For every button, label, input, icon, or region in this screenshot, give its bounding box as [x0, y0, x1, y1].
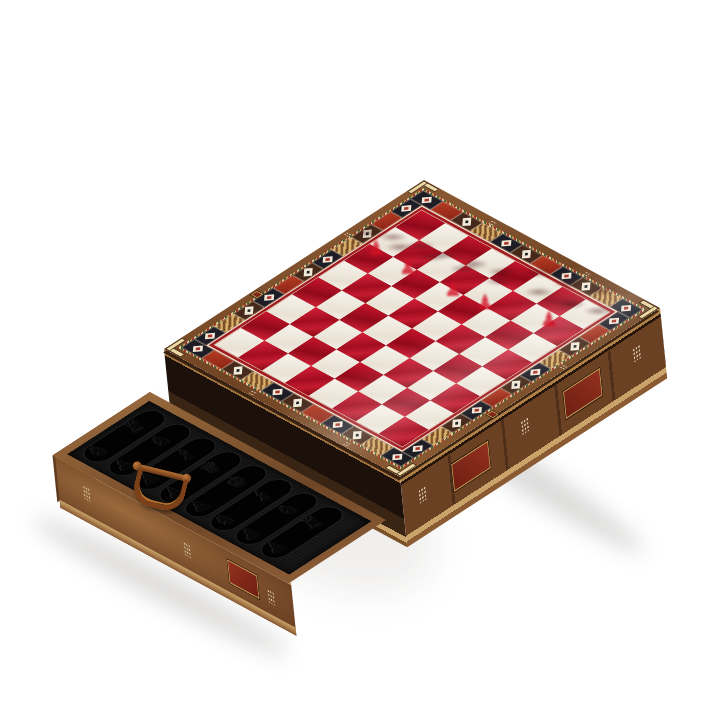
red-square-reflection: ♟ [476, 292, 494, 312]
stored-black-p-piece: ♟ [184, 496, 215, 516]
red-square-reflection: ♟ [444, 279, 462, 299]
drawer-star-motif-icon [83, 485, 91, 502]
stored-black-b-piece: ♝ [247, 485, 278, 505]
stored-black-n-piece: ♞ [145, 430, 176, 450]
stored-black-k-piece: ♚ [221, 472, 252, 492]
stored-black-r-piece: ♜ [297, 513, 328, 533]
stored-black-n-piece: ♞ [83, 441, 114, 461]
stored-black-p-piece: ♟ [235, 523, 266, 543]
stored-black-b-piece: ♝ [171, 444, 202, 464]
product-photo-chess-set: ♜♞♞♟♝♟♛♟♚♟♝♞♞♟♜♟ ♟♜♞♟♝♟♛♟♚♝♟♞♜♟♟♟♟♟♟♟♟ [0, 0, 720, 720]
stored-black-r-piece: ♜ [120, 417, 151, 437]
drawer-star-motif-icon [183, 541, 191, 558]
stored-black-q-piece: ♛ [196, 458, 227, 478]
white-pawn-h2: ♟ [573, 261, 623, 317]
stored-black-p-piece: ♟ [260, 537, 291, 557]
stored-black-n-piece: ♞ [209, 510, 240, 530]
drawer-star-motif-icon [267, 588, 275, 605]
stored-black-n-piece: ♞ [272, 499, 303, 519]
